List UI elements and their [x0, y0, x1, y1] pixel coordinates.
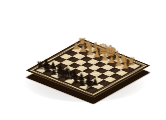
black-queen-d8: ♛: [55, 66, 68, 80]
black-king-e8: ♚: [62, 67, 75, 82]
white-king-e1: ♚: [103, 44, 116, 59]
square-a8: ♜: [36, 67, 49, 73]
black-pawn-a7: ♟: [42, 59, 50, 68]
black-rook-a8: ♜: [36, 61, 45, 71]
chess-set-photo: ♜♞♝♛♚♝♞♜♟♟♟♟♟♟♟♟♟♟♟♟♟♟♟♟♜♞♝♛♚♝♞♜: [0, 0, 166, 120]
